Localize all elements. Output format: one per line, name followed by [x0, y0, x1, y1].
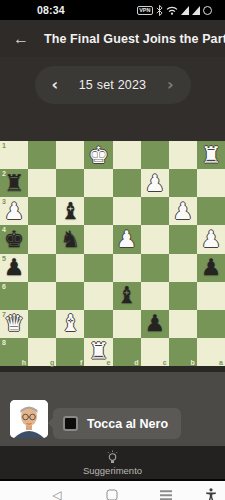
square-f5[interactable]: [56, 254, 84, 282]
square-h8[interactable]: 8h: [0, 338, 28, 366]
current-date: 15 set 2023: [79, 78, 147, 92]
status-icons: VPN: [137, 5, 212, 16]
android-recents-icon[interactable]: [160, 490, 172, 500]
piece-bP-a5[interactable]: ♟: [201, 256, 222, 279]
square-g4[interactable]: [28, 225, 56, 253]
signal-sim1-icon: [181, 6, 189, 15]
square-a6[interactable]: [197, 282, 225, 310]
square-e1[interactable]: ♚: [84, 141, 112, 169]
square-e8[interactable]: e♜: [84, 338, 112, 366]
app-screen: 08:34 VPN ← The Final Guest Joins the Pa…: [0, 0, 225, 500]
prev-day-button[interactable]: ‹: [52, 77, 59, 93]
chess-board[interactable]: 1♚♜2♜♟3♟♝♟4♚♞♟♟5♟♟6♝7♛♝♟8hgfe♜dcba: [0, 141, 225, 366]
file-label-d: d: [134, 359, 138, 366]
square-e6[interactable]: [84, 282, 112, 310]
square-c8[interactable]: c: [141, 338, 169, 366]
piece-wP-d4[interactable]: ♟: [116, 228, 137, 251]
square-c4[interactable]: [141, 225, 169, 253]
square-e4[interactable]: [84, 225, 112, 253]
piece-bR-h2[interactable]: ♜: [4, 172, 25, 195]
file-label-f: f: [80, 359, 82, 366]
accessibility-icon[interactable]: [205, 488, 217, 500]
avatar-image: [10, 400, 48, 438]
square-b4[interactable]: [169, 225, 197, 253]
avatar: [10, 400, 48, 438]
rank-label-3: 3: [2, 198, 6, 205]
square-a1[interactable]: ♜: [197, 141, 225, 169]
piece-wK-e1[interactable]: ♚: [88, 144, 109, 167]
square-a4[interactable]: ♟: [197, 225, 225, 253]
square-b5[interactable]: [169, 254, 197, 282]
square-b1[interactable]: [169, 141, 197, 169]
square-g3[interactable]: [28, 197, 56, 225]
square-c5[interactable]: [141, 254, 169, 282]
square-e7[interactable]: [84, 310, 112, 338]
square-g2[interactable]: [28, 169, 56, 197]
piece-wP-b3[interactable]: ♟: [173, 200, 194, 223]
square-f8[interactable]: f: [56, 338, 84, 366]
piece-bB-f3[interactable]: ♝: [60, 200, 81, 223]
hint-button[interactable]: Suggerimento: [0, 446, 225, 479]
piece-bN-f4[interactable]: ♞: [60, 228, 81, 251]
piece-wQ-h7[interactable]: ♛: [4, 312, 25, 335]
date-section: ‹ 15 set 2023 ›: [0, 66, 225, 141]
rank-label-7: 7: [2, 311, 6, 318]
rank-label-1: 1: [2, 142, 6, 149]
square-e3[interactable]: [84, 197, 112, 225]
square-d2[interactable]: [113, 169, 141, 197]
square-h5[interactable]: 5♟: [0, 254, 28, 282]
square-f1[interactable]: [56, 141, 84, 169]
square-d7[interactable]: [113, 310, 141, 338]
square-b2[interactable]: [169, 169, 197, 197]
date-selector: ‹ 15 set 2023 ›: [35, 66, 191, 104]
square-g7[interactable]: [28, 310, 56, 338]
next-day-button[interactable]: ›: [167, 77, 174, 93]
piece-bP-h5[interactable]: ♟: [4, 256, 25, 279]
rank-label-4: 4: [2, 226, 6, 233]
square-c6[interactable]: [141, 282, 169, 310]
hint-label: Suggerimento: [83, 465, 142, 476]
file-label-b: b: [191, 359, 195, 366]
file-label-h: h: [22, 359, 26, 366]
piece-wP-h3[interactable]: ♟: [4, 200, 25, 223]
square-e2[interactable]: [84, 169, 112, 197]
square-b8[interactable]: b: [169, 338, 197, 366]
piece-wR-a1[interactable]: ♜: [201, 144, 222, 167]
square-h2[interactable]: 2♜: [0, 169, 28, 197]
square-d6[interactable]: ♝: [113, 282, 141, 310]
header: ← The Final Guest Joins the Party: [0, 20, 225, 57]
android-navbar: ◁: [0, 481, 225, 500]
square-a5[interactable]: ♟: [197, 254, 225, 282]
vpn-icon: VPN: [137, 6, 153, 15]
square-f4[interactable]: ♞: [56, 225, 84, 253]
file-label-a: a: [219, 359, 223, 366]
piece-wB-f7[interactable]: ♝: [60, 312, 81, 335]
rank-label-8: 8: [2, 339, 6, 346]
rank-label-6: 6: [2, 283, 6, 290]
turn-bubble: Tocca al Nero: [53, 408, 181, 439]
square-c7[interactable]: ♟: [141, 310, 169, 338]
android-home-icon[interactable]: [107, 490, 118, 500]
piece-wP-a4[interactable]: ♟: [201, 228, 222, 251]
square-d3[interactable]: [113, 197, 141, 225]
square-a7[interactable]: [197, 310, 225, 338]
square-f2[interactable]: [56, 169, 84, 197]
piece-wP-c2[interactable]: ♟: [144, 172, 165, 195]
black-to-move-icon: [63, 416, 78, 431]
square-a8[interactable]: a: [197, 338, 225, 366]
page-title: The Final Guest Joins the Party: [44, 32, 225, 46]
square-e5[interactable]: [84, 254, 112, 282]
back-button[interactable]: ←: [13, 31, 29, 47]
lightbulb-icon: [106, 450, 119, 464]
rank-label-2: 2: [2, 170, 6, 177]
bluetooth-icon: [156, 5, 163, 16]
square-f7[interactable]: ♝: [56, 310, 84, 338]
square-d1[interactable]: [113, 141, 141, 169]
signal-sim2-icon: [192, 6, 200, 15]
square-f6[interactable]: [56, 282, 84, 310]
status-bar: 08:34 VPN: [0, 0, 225, 20]
square-h3[interactable]: 3♟: [0, 197, 28, 225]
file-label-c: c: [163, 359, 167, 366]
file-label-g: g: [50, 359, 54, 366]
battery-icon: [203, 6, 212, 15]
square-h1[interactable]: 1: [0, 141, 28, 169]
square-g8[interactable]: g: [28, 338, 56, 366]
square-a2[interactable]: [197, 169, 225, 197]
android-back-icon[interactable]: ◁: [52, 488, 61, 500]
square-c2[interactable]: ♟: [141, 169, 169, 197]
wifi-icon: [166, 6, 178, 15]
square-h4[interactable]: 4♚: [0, 225, 28, 253]
square-b7[interactable]: [169, 310, 197, 338]
square-d8[interactable]: d: [113, 338, 141, 366]
square-c1[interactable]: [141, 141, 169, 169]
square-d4[interactable]: ♟: [113, 225, 141, 253]
piece-bB-d6[interactable]: ♝: [116, 284, 137, 307]
square-g1[interactable]: [28, 141, 56, 169]
clock: 08:34: [37, 4, 65, 16]
square-a3[interactable]: [197, 197, 225, 225]
piece-bP-c7[interactable]: ♟: [144, 312, 165, 335]
square-h7[interactable]: 7♛: [0, 310, 28, 338]
square-b3[interactable]: ♟: [169, 197, 197, 225]
square-h6[interactable]: 6: [0, 282, 28, 310]
square-d5[interactable]: [113, 254, 141, 282]
rank-label-5: 5: [2, 255, 6, 262]
turn-section: Tocca al Nero: [0, 372, 225, 446]
piece-bK-h4[interactable]: ♚: [4, 228, 25, 251]
square-c3[interactable]: [141, 197, 169, 225]
square-g6[interactable]: [28, 282, 56, 310]
square-g5[interactable]: [28, 254, 56, 282]
square-b6[interactable]: [169, 282, 197, 310]
turn-label: Tocca al Nero: [87, 417, 168, 431]
square-f3[interactable]: ♝: [56, 197, 84, 225]
file-label-e: e: [107, 359, 111, 366]
